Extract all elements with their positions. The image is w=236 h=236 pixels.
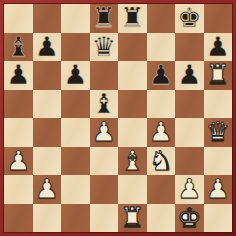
- square-c2[interactable]: [61, 175, 90, 204]
- piece-black-pawn-g6[interactable]: ♟: [177, 61, 201, 90]
- square-h4[interactable]: ♛: [204, 118, 233, 147]
- square-g1[interactable]: ♚: [175, 204, 204, 233]
- square-d6[interactable]: [90, 61, 119, 90]
- square-g6[interactable]: ♟: [175, 61, 204, 90]
- square-a7[interactable]: ♝: [4, 33, 33, 62]
- square-h1[interactable]: [204, 204, 233, 233]
- square-c8[interactable]: [61, 4, 90, 33]
- square-d4[interactable]: ♟: [90, 118, 119, 147]
- square-h2[interactable]: ♟: [204, 175, 233, 204]
- square-d5[interactable]: ♝: [90, 90, 119, 119]
- square-f6[interactable]: ♟: [147, 61, 176, 90]
- square-f1[interactable]: [147, 204, 176, 233]
- square-a3[interactable]: ♟: [4, 147, 33, 176]
- piece-black-rook-d8[interactable]: ♜: [92, 4, 116, 33]
- square-g5[interactable]: [175, 90, 204, 119]
- square-b6[interactable]: [33, 61, 62, 90]
- square-b2[interactable]: ♟: [33, 175, 62, 204]
- square-b1[interactable]: [33, 204, 62, 233]
- square-h7[interactable]: ♟: [204, 33, 233, 62]
- square-b5[interactable]: [33, 90, 62, 119]
- square-d1[interactable]: [90, 204, 119, 233]
- piece-white-pawn-g2[interactable]: ♟: [177, 175, 201, 204]
- piece-black-queen-d7[interactable]: ♛: [92, 33, 116, 62]
- piece-white-rook-e1[interactable]: ♜: [120, 204, 144, 233]
- square-c4[interactable]: [61, 118, 90, 147]
- square-g3[interactable]: [175, 147, 204, 176]
- piece-white-queen-h4[interactable]: ♛: [206, 118, 230, 147]
- square-e2[interactable]: [118, 175, 147, 204]
- piece-white-bishop-e3[interactable]: ♝: [120, 147, 144, 176]
- square-h6[interactable]: ♜: [204, 61, 233, 90]
- piece-black-bishop-a7[interactable]: ♝: [6, 33, 30, 62]
- square-a6[interactable]: ♟: [4, 61, 33, 90]
- square-e8[interactable]: ♜: [118, 4, 147, 33]
- square-b3[interactable]: [33, 147, 62, 176]
- square-g8[interactable]: ♚: [175, 4, 204, 33]
- square-e5[interactable]: [118, 90, 147, 119]
- piece-black-pawn-b7[interactable]: ♟: [35, 33, 59, 62]
- piece-white-pawn-f4[interactable]: ♟: [149, 118, 173, 147]
- square-f2[interactable]: [147, 175, 176, 204]
- square-c1[interactable]: [61, 204, 90, 233]
- square-c6[interactable]: ♟: [61, 61, 90, 90]
- square-d7[interactable]: ♛: [90, 33, 119, 62]
- square-h5[interactable]: [204, 90, 233, 119]
- square-c3[interactable]: [61, 147, 90, 176]
- piece-black-pawn-c6[interactable]: ♟: [63, 61, 87, 90]
- square-b8[interactable]: [33, 4, 62, 33]
- chess-board: ♜♜♚♝♟♛♟♟♟♟♟♜♝♟♟♛♟♝♞♟♟♟♜♚: [4, 4, 232, 232]
- square-c5[interactable]: [61, 90, 90, 119]
- square-c7[interactable]: [61, 33, 90, 62]
- square-e6[interactable]: [118, 61, 147, 90]
- square-f8[interactable]: [147, 4, 176, 33]
- piece-white-pawn-d4[interactable]: ♟: [92, 118, 116, 147]
- square-d8[interactable]: ♜: [90, 4, 119, 33]
- piece-white-pawn-h2[interactable]: ♟: [206, 175, 230, 204]
- square-e1[interactable]: ♜: [118, 204, 147, 233]
- piece-white-knight-f3[interactable]: ♞: [149, 147, 173, 176]
- square-a2[interactable]: [4, 175, 33, 204]
- square-b4[interactable]: [33, 118, 62, 147]
- square-f3[interactable]: ♞: [147, 147, 176, 176]
- square-h3[interactable]: [204, 147, 233, 176]
- square-f4[interactable]: ♟: [147, 118, 176, 147]
- square-d3[interactable]: [90, 147, 119, 176]
- piece-black-pawn-a6[interactable]: ♟: [6, 61, 30, 90]
- piece-black-pawn-f6[interactable]: ♟: [149, 61, 173, 90]
- piece-black-king-g8[interactable]: ♚: [177, 4, 201, 33]
- square-f5[interactable]: [147, 90, 176, 119]
- piece-white-pawn-b2[interactable]: ♟: [35, 175, 59, 204]
- square-e4[interactable]: [118, 118, 147, 147]
- square-a8[interactable]: [4, 4, 33, 33]
- piece-black-pawn-h7[interactable]: ♟: [206, 33, 230, 62]
- square-f7[interactable]: [147, 33, 176, 62]
- square-d2[interactable]: [90, 175, 119, 204]
- square-b7[interactable]: ♟: [33, 33, 62, 62]
- piece-white-pawn-a3[interactable]: ♟: [6, 147, 30, 176]
- square-h8[interactable]: [204, 4, 233, 33]
- square-g2[interactable]: ♟: [175, 175, 204, 204]
- square-a1[interactable]: [4, 204, 33, 233]
- square-e3[interactable]: ♝: [118, 147, 147, 176]
- piece-black-bishop-d5[interactable]: ♝: [92, 90, 116, 119]
- piece-white-rook-h6[interactable]: ♜: [206, 61, 230, 90]
- piece-white-king-g1[interactable]: ♚: [177, 204, 201, 233]
- square-e7[interactable]: [118, 33, 147, 62]
- square-a5[interactable]: [4, 90, 33, 119]
- square-g7[interactable]: [175, 33, 204, 62]
- square-a4[interactable]: [4, 118, 33, 147]
- chess-board-frame: ♜♜♚♝♟♛♟♟♟♟♟♜♝♟♟♛♟♝♞♟♟♟♜♚: [0, 0, 236, 236]
- piece-black-rook-e8[interactable]: ♜: [120, 4, 144, 33]
- square-g4[interactable]: [175, 118, 204, 147]
